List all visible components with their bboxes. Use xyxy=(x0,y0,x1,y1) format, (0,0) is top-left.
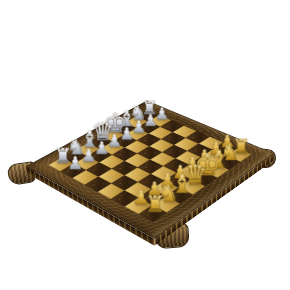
chess-set-photo: ♜♞♝♛♚♝♞♜♟♟♟♟♟♟♟♟♟♟♟♟♟♟♟♟♜♞♝♛♚♝♞♜ xyxy=(0,0,290,290)
piece-gold-rook-a1[interactable]: ♜ xyxy=(131,193,180,215)
piece-silver-pawn-a7[interactable]: ♟ xyxy=(53,155,98,172)
